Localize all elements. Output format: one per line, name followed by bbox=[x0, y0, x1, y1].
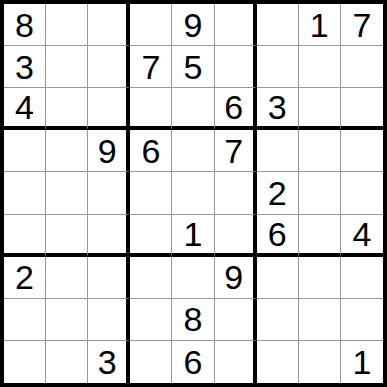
cell-r9c7[interactable] bbox=[257, 341, 299, 383]
cell-r3c9[interactable] bbox=[341, 88, 383, 130]
cell-r6c3[interactable] bbox=[88, 215, 130, 257]
cell-r1c6[interactable] bbox=[215, 4, 257, 46]
cell-r4c4[interactable]: 6 bbox=[130, 130, 172, 172]
cell-r4c7[interactable] bbox=[257, 130, 299, 172]
cell-r6c8[interactable] bbox=[299, 215, 341, 257]
cell-r2c8[interactable] bbox=[299, 46, 341, 88]
cell-r2c6[interactable] bbox=[215, 46, 257, 88]
cell-r8c9[interactable] bbox=[341, 299, 383, 341]
cell-r8c8[interactable] bbox=[299, 299, 341, 341]
cell-r6c4[interactable] bbox=[130, 215, 172, 257]
cell-r9c5[interactable]: 6 bbox=[172, 341, 214, 383]
sudoku-board: 89173754639672164298361 bbox=[0, 0, 387, 387]
cell-r3c8[interactable] bbox=[299, 88, 341, 130]
cell-r4c5[interactable] bbox=[172, 130, 214, 172]
cell-r9c9[interactable]: 1 bbox=[341, 341, 383, 383]
cell-r7c5[interactable] bbox=[172, 257, 214, 299]
cell-r6c1[interactable] bbox=[4, 215, 46, 257]
cell-r1c2[interactable] bbox=[46, 4, 88, 46]
cell-r2c5[interactable]: 5 bbox=[172, 46, 214, 88]
cell-r3c5[interactable] bbox=[172, 88, 214, 130]
cell-r5c9[interactable] bbox=[341, 172, 383, 214]
cell-r5c5[interactable] bbox=[172, 172, 214, 214]
cell-r9c4[interactable] bbox=[130, 341, 172, 383]
cell-r9c3[interactable]: 3 bbox=[88, 341, 130, 383]
cell-r2c3[interactable] bbox=[88, 46, 130, 88]
cell-r8c4[interactable] bbox=[130, 299, 172, 341]
cell-r4c8[interactable] bbox=[299, 130, 341, 172]
cell-r2c2[interactable] bbox=[46, 46, 88, 88]
cell-r3c1[interactable]: 4 bbox=[4, 88, 46, 130]
cell-r6c9[interactable]: 4 bbox=[341, 215, 383, 257]
cell-r5c4[interactable] bbox=[130, 172, 172, 214]
cell-r2c9[interactable] bbox=[341, 46, 383, 88]
cell-r7c3[interactable] bbox=[88, 257, 130, 299]
cell-r6c6[interactable] bbox=[215, 215, 257, 257]
cell-r1c7[interactable] bbox=[257, 4, 299, 46]
cell-r3c3[interactable] bbox=[88, 88, 130, 130]
cell-r7c6[interactable]: 9 bbox=[215, 257, 257, 299]
cell-r7c4[interactable] bbox=[130, 257, 172, 299]
cell-r7c1[interactable]: 2 bbox=[4, 257, 46, 299]
cell-r9c1[interactable] bbox=[4, 341, 46, 383]
cell-r6c7[interactable]: 6 bbox=[257, 215, 299, 257]
cell-r8c2[interactable] bbox=[46, 299, 88, 341]
cell-r1c5[interactable]: 9 bbox=[172, 4, 214, 46]
cell-r1c9[interactable]: 7 bbox=[341, 4, 383, 46]
cell-r9c2[interactable] bbox=[46, 341, 88, 383]
cell-r1c8[interactable]: 1 bbox=[299, 4, 341, 46]
cell-r9c6[interactable] bbox=[215, 341, 257, 383]
cell-r7c7[interactable] bbox=[257, 257, 299, 299]
cell-r9c8[interactable] bbox=[299, 341, 341, 383]
cell-r3c6[interactable]: 6 bbox=[215, 88, 257, 130]
cell-r4c2[interactable] bbox=[46, 130, 88, 172]
cell-r2c4[interactable]: 7 bbox=[130, 46, 172, 88]
cell-r8c3[interactable] bbox=[88, 299, 130, 341]
cell-r3c2[interactable] bbox=[46, 88, 88, 130]
cell-r8c5[interactable]: 8 bbox=[172, 299, 214, 341]
cell-r1c3[interactable] bbox=[88, 4, 130, 46]
cell-r5c2[interactable] bbox=[46, 172, 88, 214]
cell-r6c5[interactable]: 1 bbox=[172, 215, 214, 257]
cell-r4c1[interactable] bbox=[4, 130, 46, 172]
cell-r1c4[interactable] bbox=[130, 4, 172, 46]
cell-r7c9[interactable] bbox=[341, 257, 383, 299]
cell-r3c4[interactable] bbox=[130, 88, 172, 130]
cell-r6c2[interactable] bbox=[46, 215, 88, 257]
cell-r1c1[interactable]: 8 bbox=[4, 4, 46, 46]
cell-r5c7[interactable]: 2 bbox=[257, 172, 299, 214]
cell-r5c1[interactable] bbox=[4, 172, 46, 214]
cell-r5c3[interactable] bbox=[88, 172, 130, 214]
cell-r5c6[interactable] bbox=[215, 172, 257, 214]
cell-r8c7[interactable] bbox=[257, 299, 299, 341]
cell-r4c6[interactable]: 7 bbox=[215, 130, 257, 172]
cell-r2c7[interactable] bbox=[257, 46, 299, 88]
cell-r7c2[interactable] bbox=[46, 257, 88, 299]
cell-r4c9[interactable] bbox=[341, 130, 383, 172]
cell-r7c8[interactable] bbox=[299, 257, 341, 299]
cell-r4c3[interactable]: 9 bbox=[88, 130, 130, 172]
cell-r2c1[interactable]: 3 bbox=[4, 46, 46, 88]
cell-r8c1[interactable] bbox=[4, 299, 46, 341]
cell-r8c6[interactable] bbox=[215, 299, 257, 341]
cell-r3c7[interactable]: 3 bbox=[257, 88, 299, 130]
cell-r5c8[interactable] bbox=[299, 172, 341, 214]
